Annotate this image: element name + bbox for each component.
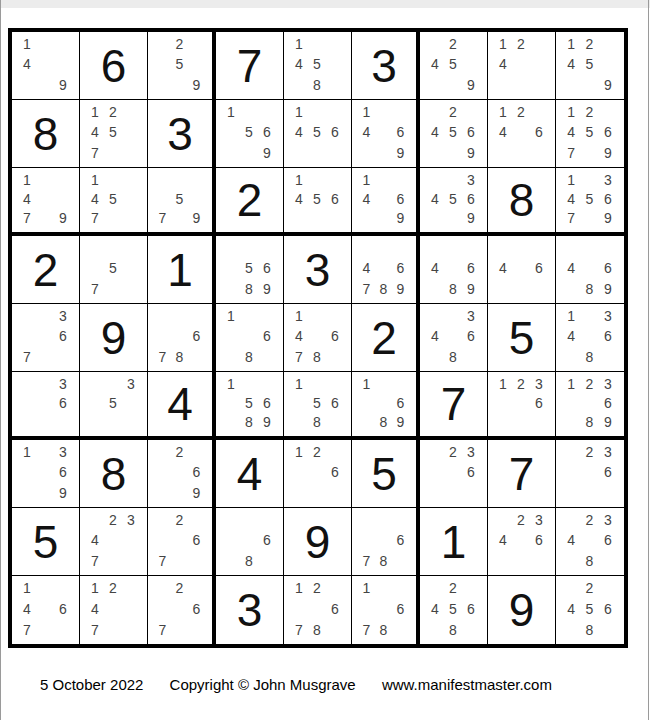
pencil-mark-9: 9	[599, 413, 617, 432]
pencil-mark-6: 6	[530, 122, 548, 142]
cell-r5c8[interactable]: 5	[488, 304, 556, 372]
pencil-mark-6: 6	[326, 599, 344, 620]
cell-r6c8[interactable]: 1236	[488, 372, 556, 440]
pencil-mark-4	[154, 189, 171, 208]
pencil-mark-3	[462, 102, 480, 122]
pencil-mark-7	[494, 75, 512, 95]
cell-r3c1[interactable]: 1479	[12, 168, 80, 236]
pencil-mark-6: 6	[530, 258, 548, 278]
pencil-mark-9: 9	[392, 209, 409, 228]
pencil-mark-2	[580, 306, 598, 326]
pencil-mark-2: 2	[444, 442, 462, 462]
pencil-mark-2: 2	[104, 510, 122, 530]
cell-r1c6[interactable]: 3	[352, 32, 420, 100]
pencil-mark-4: 4	[562, 599, 580, 620]
pencil-mark-1: 1	[358, 578, 375, 599]
pencil-mark-3	[326, 170, 344, 189]
pencil-mark-2: 2	[580, 442, 598, 462]
solved-digit: 1	[148, 236, 212, 303]
cell-r9c7[interactable]: 24568	[420, 576, 488, 644]
pencil-mark-1	[154, 306, 171, 326]
pencil-mark-7	[562, 551, 580, 571]
pencil-mark-1	[222, 238, 240, 258]
pencil-mark-5: 5	[104, 189, 122, 208]
solved-digit: 3	[216, 576, 283, 644]
pencil-mark-1: 1	[290, 578, 308, 599]
solved-digit: 2	[352, 304, 416, 371]
pencil-mark-7: 7	[290, 619, 308, 640]
solved-digit: 5	[488, 304, 555, 371]
pencil-mark-7	[562, 483, 580, 503]
pencil-mark-7: 7	[86, 551, 104, 571]
pencil-mark-2: 2	[512, 510, 530, 530]
pencil-mark-9: 9	[258, 413, 276, 432]
pencil-mark-6: 6	[326, 122, 344, 142]
pencil-mark-2	[171, 306, 188, 326]
pencil-mark-4	[18, 462, 36, 482]
pencil-mark-2: 2	[512, 102, 530, 122]
pencil-mark-3	[599, 578, 617, 599]
solved-digit: 3	[352, 32, 416, 99]
pencil-mark-7	[18, 413, 36, 432]
cell-r2c3[interactable]: 3	[148, 100, 216, 168]
pencil-mark-8	[580, 209, 598, 228]
pencil-mark-5: 5	[444, 189, 462, 208]
pencil-mark-6: 6	[258, 258, 276, 278]
pencil-mark-7: 7	[154, 347, 171, 367]
pencil-mark-6: 6	[530, 530, 548, 550]
pencil-mark-2	[240, 374, 258, 393]
pencil-mark-3: 3	[530, 374, 548, 393]
pencil-mark-6: 6	[392, 122, 409, 142]
pencil-mark-4	[290, 462, 308, 482]
cell-r6c2[interactable]: 35	[80, 372, 148, 440]
pencil-marks: 123689	[556, 372, 624, 436]
pencil-mark-9	[599, 551, 617, 571]
pencil-mark-7	[426, 483, 444, 503]
pencil-marks: 1457	[80, 168, 147, 232]
pencil-mark-3: 3	[54, 442, 72, 462]
pencil-mark-8: 8	[580, 347, 598, 367]
pencil-mark-2	[308, 102, 326, 122]
pencil-mark-3	[258, 374, 276, 393]
pencil-mark-1: 1	[358, 374, 375, 393]
cell-r4c7[interactable]: 4689	[420, 236, 488, 304]
pencil-mark-1: 1	[290, 442, 308, 462]
pencil-mark-3	[258, 306, 276, 326]
pencil-mark-6	[599, 54, 617, 74]
pencil-marks: 12457	[80, 100, 147, 167]
pencil-mark-4	[222, 326, 240, 346]
footer: 5 October 2022 Copyright © John Musgrave…	[40, 676, 552, 693]
pencil-marks: 1247	[80, 576, 147, 644]
pencil-mark-7	[86, 413, 104, 432]
pencil-mark-6: 6	[392, 599, 409, 620]
cell-r1c1[interactable]: 149	[12, 32, 80, 100]
pencil-mark-7	[562, 619, 580, 640]
pencil-mark-1	[426, 306, 444, 326]
pencil-marks: 1456	[284, 100, 351, 167]
pencil-mark-5	[444, 326, 462, 346]
pencil-mark-4	[426, 462, 444, 482]
pencil-mark-8	[104, 413, 122, 432]
pencil-mark-5	[512, 530, 530, 550]
pencil-mark-3	[326, 306, 344, 326]
pencil-mark-6	[188, 54, 205, 74]
pencil-mark-7	[426, 209, 444, 228]
pencil-mark-2	[375, 102, 392, 122]
pencil-mark-5: 5	[104, 258, 122, 278]
window-left-edge	[0, 0, 1, 720]
pencil-mark-1: 1	[290, 306, 308, 326]
cell-r4c2[interactable]: 57	[80, 236, 148, 304]
pencil-mark-1	[426, 102, 444, 122]
pencil-mark-2	[375, 578, 392, 599]
cell-r2c8[interactable]: 1246	[488, 100, 556, 168]
cell-r6c9[interactable]: 123689	[556, 372, 624, 440]
pencil-mark-9	[530, 413, 548, 432]
pencil-mark-4: 4	[358, 122, 375, 142]
pencil-marks: 1345679	[556, 168, 624, 232]
cell-r7c9[interactable]: 236	[556, 440, 624, 508]
pencil-mark-6: 6	[530, 393, 548, 412]
cell-r1c2[interactable]: 6	[80, 32, 148, 100]
pencil-mark-1: 1	[358, 170, 375, 189]
pencil-mark-4: 4	[18, 599, 36, 620]
pencil-mark-9	[326, 209, 344, 228]
pencil-mark-3: 3	[599, 442, 617, 462]
cell-r7c8[interactable]: 7	[488, 440, 556, 508]
cell-r2c5[interactable]: 1456	[284, 100, 352, 168]
pencil-mark-7: 7	[18, 347, 36, 367]
pencil-mark-8	[444, 143, 462, 163]
cell-r2c1[interactable]: 8	[12, 100, 80, 168]
pencil-mark-9	[122, 279, 140, 299]
pencil-mark-3	[188, 34, 205, 54]
pencil-marks: 36	[12, 372, 79, 436]
pencil-mark-8	[104, 143, 122, 163]
pencil-mark-4: 4	[562, 530, 580, 550]
cell-r6c1[interactable]: 36	[12, 372, 80, 440]
pencil-mark-4: 4	[86, 599, 104, 620]
pencil-mark-4	[494, 393, 512, 412]
footer-copyright: Copyright © John Musgrave	[170, 676, 356, 693]
pencil-mark-1	[426, 170, 444, 189]
pencil-mark-3	[392, 238, 409, 258]
pencil-mark-4: 4	[562, 326, 580, 346]
cell-r6c4[interactable]: 15689	[216, 372, 284, 440]
pencil-mark-5	[171, 326, 188, 346]
pencil-mark-5	[171, 530, 188, 550]
pencil-mark-9: 9	[188, 483, 205, 503]
cell-r7c7[interactable]: 236	[420, 440, 488, 508]
pencil-mark-1: 1	[18, 578, 36, 599]
cell-r2c9[interactable]: 1245679	[556, 100, 624, 168]
cell-r9c4[interactable]: 3	[216, 576, 284, 644]
pencil-mark-6: 6	[54, 599, 72, 620]
cell-r4c3[interactable]: 1	[148, 236, 216, 304]
pencil-mark-6: 6	[599, 599, 617, 620]
cell-r5c6[interactable]: 2	[352, 304, 420, 372]
pencil-mark-6: 6	[188, 326, 205, 346]
pencil-mark-9: 9	[392, 279, 409, 299]
pencil-mark-2: 2	[308, 442, 326, 462]
pencil-mark-9: 9	[54, 209, 72, 228]
pencil-mark-5: 5	[240, 393, 258, 412]
pencil-mark-4	[154, 462, 171, 482]
cell-r9c9[interactable]: 24568	[556, 576, 624, 644]
pencil-mark-2: 2	[580, 34, 598, 54]
cell-r5c3[interactable]: 678	[148, 304, 216, 372]
pencil-mark-3	[326, 34, 344, 54]
cell-r4c1[interactable]: 2	[12, 236, 80, 304]
pencil-mark-2	[308, 170, 326, 189]
cell-r9c2[interactable]: 1247	[80, 576, 148, 644]
cell-r9c1[interactable]: 1467	[12, 576, 80, 644]
pencil-mark-4: 4	[562, 122, 580, 142]
pencil-mark-8: 8	[308, 75, 326, 95]
pencil-mark-9: 9	[599, 143, 617, 163]
pencil-mark-9	[530, 551, 548, 571]
pencil-mark-1: 1	[494, 34, 512, 54]
pencil-mark-2	[580, 238, 598, 258]
pencil-mark-5	[36, 326, 54, 346]
pencil-mark-8	[104, 619, 122, 640]
pencil-mark-6: 6	[54, 326, 72, 346]
cell-r8c3[interactable]: 267	[148, 508, 216, 576]
pencil-mark-8: 8	[580, 279, 598, 299]
pencil-mark-9: 9	[392, 413, 409, 432]
cell-r8c5[interactable]: 9	[284, 508, 352, 576]
cell-r4c8[interactable]: 46	[488, 236, 556, 304]
pencil-mark-9	[462, 483, 480, 503]
pencil-mark-3: 3	[54, 306, 72, 326]
pencil-mark-8	[104, 279, 122, 299]
pencil-mark-7: 7	[562, 209, 580, 228]
pencil-mark-4	[562, 393, 580, 412]
cell-r7c5[interactable]: 126	[284, 440, 352, 508]
pencil-mark-3: 3	[54, 374, 72, 393]
cell-r4c5[interactable]: 3	[284, 236, 352, 304]
pencil-mark-3	[122, 578, 140, 599]
pencil-mark-3	[462, 578, 480, 599]
cell-r1c9[interactable]: 12459	[556, 32, 624, 100]
page: 1496259714583245912412459812457315691456…	[0, 0, 650, 720]
cell-r6c6[interactable]: 1689	[352, 372, 420, 440]
pencil-mark-4: 4	[358, 258, 375, 278]
pencil-mark-8	[171, 619, 188, 640]
pencil-mark-1	[86, 510, 104, 530]
cell-r7c6[interactable]: 5	[352, 440, 420, 508]
cell-r8c9[interactable]: 23468	[556, 508, 624, 576]
pencil-mark-2	[375, 238, 392, 258]
cell-r1c3[interactable]: 259	[148, 32, 216, 100]
pencil-mark-7: 7	[86, 143, 104, 163]
pencil-mark-5	[444, 258, 462, 278]
cell-r2c2[interactable]: 12457	[80, 100, 148, 168]
pencil-mark-9: 9	[258, 143, 276, 163]
cell-r1c8[interactable]: 124	[488, 32, 556, 100]
cell-r8c2[interactable]: 2347	[80, 508, 148, 576]
cell-r2c7[interactable]: 24569	[420, 100, 488, 168]
pencil-marks: 678	[148, 304, 212, 371]
pencil-mark-2	[240, 102, 258, 122]
cell-r5c7[interactable]: 3468	[420, 304, 488, 372]
cell-r1c4[interactable]: 7	[216, 32, 284, 100]
pencil-mark-5	[308, 599, 326, 620]
cell-r3c3[interactable]: 579	[148, 168, 216, 236]
cell-r3c6[interactable]: 1469	[352, 168, 420, 236]
pencil-mark-4	[86, 258, 104, 278]
pencil-mark-3: 3	[122, 374, 140, 393]
pencil-marks: 1369	[12, 440, 79, 507]
pencil-marks: 4689	[556, 236, 624, 303]
pencil-mark-6: 6	[392, 258, 409, 278]
pencil-marks: 24568	[420, 576, 487, 644]
pencil-mark-8	[512, 279, 530, 299]
pencil-mark-7	[290, 413, 308, 432]
pencil-mark-8: 8	[375, 619, 392, 640]
pencil-mark-4: 4	[494, 530, 512, 550]
cell-r9c6[interactable]: 1678	[352, 576, 420, 644]
cell-r5c5[interactable]: 14678	[284, 304, 352, 372]
cell-r3c7[interactable]: 34569	[420, 168, 488, 236]
cell-r8c7[interactable]: 1	[420, 508, 488, 576]
pencil-mark-2	[36, 34, 54, 54]
pencil-mark-3	[392, 170, 409, 189]
pencil-mark-7: 7	[18, 209, 36, 228]
pencil-mark-7	[290, 209, 308, 228]
pencil-mark-9	[54, 347, 72, 367]
cell-r5c4[interactable]: 168	[216, 304, 284, 372]
cell-r1c7[interactable]: 2459	[420, 32, 488, 100]
cell-r3c9[interactable]: 1345679	[556, 168, 624, 236]
cell-r9c3[interactable]: 267	[148, 576, 216, 644]
pencil-mark-8	[36, 347, 54, 367]
pencil-mark-9	[188, 551, 205, 571]
pencil-mark-4	[358, 599, 375, 620]
cell-r4c6[interactable]: 46789	[352, 236, 420, 304]
cell-r8c6[interactable]: 678	[352, 508, 420, 576]
cell-r3c4[interactable]: 2	[216, 168, 284, 236]
cell-r7c4[interactable]: 4	[216, 440, 284, 508]
cell-r2c6[interactable]: 1469	[352, 100, 420, 168]
pencil-mark-5: 5	[171, 54, 188, 74]
pencil-mark-5	[580, 258, 598, 278]
cell-r9c8[interactable]: 9	[488, 576, 556, 644]
pencil-mark-9	[188, 347, 205, 367]
cell-r8c4[interactable]: 68	[216, 508, 284, 576]
pencil-mark-1	[18, 374, 36, 393]
pencil-mark-9	[122, 413, 140, 432]
cell-r8c1[interactable]: 5	[12, 508, 80, 576]
cell-r7c1[interactable]: 1369	[12, 440, 80, 508]
window-right-edge	[648, 0, 649, 720]
pencil-marks: 1689	[352, 372, 416, 436]
pencil-mark-7	[154, 75, 171, 95]
pencil-mark-6	[122, 530, 140, 550]
cell-r4c9[interactable]: 4689	[556, 236, 624, 304]
pencil-mark-3	[54, 170, 72, 189]
pencil-mark-9: 9	[462, 209, 480, 228]
pencil-mark-4	[18, 393, 36, 412]
pencil-mark-2: 2	[580, 374, 598, 393]
pencil-mark-7	[358, 143, 375, 163]
pencil-mark-5: 5	[580, 54, 598, 74]
pencil-mark-5	[308, 462, 326, 482]
pencil-mark-2: 2	[171, 442, 188, 462]
pencil-mark-5	[580, 462, 598, 482]
cell-r9c5[interactable]: 12678	[284, 576, 352, 644]
pencil-mark-1	[494, 510, 512, 530]
pencil-mark-1	[86, 238, 104, 258]
pencil-mark-5	[512, 122, 530, 142]
pencil-mark-5	[36, 393, 54, 412]
pencil-mark-1	[154, 34, 171, 54]
pencil-mark-7: 7	[358, 279, 375, 299]
pencil-marks: 5689	[216, 236, 283, 303]
cell-r7c3[interactable]: 269	[148, 440, 216, 508]
pencil-mark-5	[171, 462, 188, 482]
cell-r3c5[interactable]: 1456	[284, 168, 352, 236]
pencil-mark-6: 6	[599, 122, 617, 142]
cell-r6c5[interactable]: 1568	[284, 372, 352, 440]
cell-r6c3[interactable]: 4	[148, 372, 216, 440]
pencil-mark-1: 1	[494, 102, 512, 122]
pencil-mark-1	[426, 578, 444, 599]
cell-r3c2[interactable]: 1457	[80, 168, 148, 236]
cell-r7c2[interactable]: 8	[80, 440, 148, 508]
pencil-mark-5: 5	[444, 54, 462, 74]
cell-r5c2[interactable]: 9	[80, 304, 148, 372]
cell-r8c8[interactable]: 2346	[488, 508, 556, 576]
pencil-mark-9: 9	[54, 75, 72, 95]
pencil-mark-8: 8	[580, 619, 598, 640]
cell-r1c5[interactable]: 1458	[284, 32, 352, 100]
pencil-mark-6: 6	[54, 393, 72, 412]
cell-r4c4[interactable]: 5689	[216, 236, 284, 304]
pencil-mark-9: 9	[462, 279, 480, 299]
pencil-mark-6: 6	[258, 530, 276, 550]
pencil-mark-6	[530, 54, 548, 74]
pencil-mark-2: 2	[444, 578, 462, 599]
cell-r2c4[interactable]: 1569	[216, 100, 284, 168]
pencil-mark-4: 4	[86, 530, 104, 550]
pencil-mark-1: 1	[562, 170, 580, 189]
cell-r5c9[interactable]: 13468	[556, 304, 624, 372]
pencil-mark-6	[122, 122, 140, 142]
pencil-mark-4	[154, 54, 171, 74]
pencil-mark-9	[258, 347, 276, 367]
cell-r5c1[interactable]: 367	[12, 304, 80, 372]
pencil-mark-9	[392, 551, 409, 571]
pencil-mark-2	[240, 238, 258, 258]
cell-r3c8[interactable]: 8	[488, 168, 556, 236]
pencil-mark-4: 4	[562, 189, 580, 208]
pencil-mark-4	[222, 122, 240, 142]
pencil-mark-3	[188, 510, 205, 530]
pencil-mark-7	[18, 75, 36, 95]
pencil-mark-5	[580, 326, 598, 346]
cell-r6c7[interactable]: 7	[420, 372, 488, 440]
pencil-mark-7	[358, 413, 375, 432]
pencil-mark-6: 6	[258, 122, 276, 142]
solved-digit: 8	[80, 440, 147, 507]
pencil-mark-7	[562, 347, 580, 367]
pencil-mark-1	[154, 578, 171, 599]
pencil-mark-5	[36, 189, 54, 208]
pencil-mark-3	[530, 34, 548, 54]
